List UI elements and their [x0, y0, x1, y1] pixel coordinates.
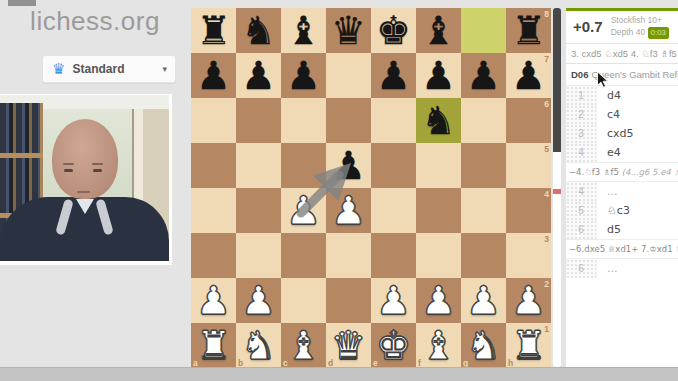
square-g4[interactable] — [461, 188, 506, 233]
piece-white-pawn: ♟ — [416, 278, 461, 323]
eval-gauge-midline — [553, 189, 561, 194]
rank-label-7: 7 — [544, 54, 549, 64]
cloud-eval-badge: 0:03 — [648, 27, 670, 39]
square-e8[interactable]: ♚ — [371, 8, 416, 53]
piece-white-pawn: ♟ — [236, 278, 281, 323]
move-san[interactable]: e4 — [597, 143, 621, 162]
move-row[interactable]: 6d5 — [566, 220, 678, 239]
move-san[interactable]: ♘c3 — [597, 201, 630, 220]
move-row[interactable]: 5♘c3 — [566, 201, 678, 220]
square-e3[interactable] — [371, 233, 416, 278]
move-row[interactable]: 4e4 — [566, 143, 678, 162]
inline-comment: −6.dxe5 ♕xd1+ 7.♔xd1 ♘ — [566, 239, 678, 259]
square-d4[interactable]: ♟ — [326, 188, 371, 233]
rank-label-8: 8 — [544, 9, 549, 19]
move-row[interactable]: 3cxd5 — [566, 124, 678, 143]
square-f2[interactable]: ♟ — [416, 278, 461, 323]
opening-code: D06 — [571, 69, 588, 80]
square-f7[interactable]: ♟ — [416, 53, 461, 98]
square-h3[interactable]: 3 — [506, 233, 551, 278]
square-f4[interactable] — [416, 188, 461, 233]
square-b8[interactable]: ♞ — [236, 8, 281, 53]
crown-icon: ♛ — [52, 62, 65, 77]
move-san[interactable]: cxd5 — [597, 124, 634, 143]
square-g5[interactable] — [461, 143, 506, 188]
square-c5[interactable] — [281, 143, 326, 188]
square-g2[interactable]: ♟ — [461, 278, 506, 323]
square-c2[interactable] — [281, 278, 326, 323]
square-e6[interactable] — [371, 98, 416, 143]
move-row[interactable]: 4... — [566, 182, 678, 201]
square-d3[interactable] — [326, 233, 371, 278]
square-a1[interactable]: ♜a — [191, 323, 236, 368]
variant-dropdown[interactable]: ♛ Standard ▾ — [42, 55, 176, 83]
square-d5[interactable]: ♟ — [326, 143, 371, 188]
move-san[interactable]: c4 — [597, 105, 620, 124]
piece-black-king: ♚ — [371, 8, 416, 53]
move-number: 4 — [566, 182, 597, 201]
move-san[interactable]: d5 — [597, 220, 621, 239]
move-row[interactable]: 1d4 — [566, 86, 678, 105]
square-b7[interactable]: ♟ — [236, 53, 281, 98]
piece-black-pawn: ♟ — [371, 53, 416, 98]
move-number: 2 — [566, 105, 597, 124]
square-a5[interactable] — [191, 143, 236, 188]
move-number: 3 — [566, 124, 597, 143]
lichess-logo: lichess.org — [0, 6, 190, 37]
square-a8[interactable]: ♜ — [191, 8, 236, 53]
opening-name-row: D06Queen's Gambit Refused — [566, 64, 678, 86]
eval-gauge-black — [553, 8, 561, 152]
square-g3[interactable] — [461, 233, 506, 278]
rank-label-4: 4 — [544, 189, 549, 199]
square-g6[interactable] — [461, 98, 506, 143]
move-san[interactable]: ... — [597, 259, 618, 278]
eval-score: +0.7 — [573, 14, 603, 40]
piece-black-pawn: ♟ — [281, 53, 326, 98]
square-b6[interactable] — [236, 98, 281, 143]
move-number: 4 — [566, 143, 597, 162]
square-g7[interactable]: ♟ — [461, 53, 506, 98]
move-san[interactable]: ... — [597, 182, 618, 201]
square-f8[interactable]: ♝ — [416, 8, 461, 53]
variant-label: Standard — [72, 62, 162, 76]
piece-black-pawn: ♟ — [416, 53, 461, 98]
square-b4[interactable] — [236, 188, 281, 233]
piece-black-pawn: ♟ — [191, 53, 236, 98]
square-h7[interactable]: ♟7 — [506, 53, 551, 98]
piece-black-pawn: ♟ — [461, 53, 506, 98]
square-e1[interactable]: ♚e — [371, 323, 416, 368]
webcam-scene — [0, 95, 169, 261]
square-c8[interactable]: ♝ — [281, 8, 326, 53]
piece-black-pawn: ♟ — [236, 53, 281, 98]
square-d1[interactable]: ♛d — [326, 323, 371, 368]
square-d6[interactable] — [326, 98, 371, 143]
square-e7[interactable]: ♟ — [371, 53, 416, 98]
square-h4[interactable]: 4 — [506, 188, 551, 233]
rank-label-3: 3 — [544, 234, 549, 244]
rank-label-5: 5 — [544, 144, 549, 154]
engine-depth: Depth 40 — [611, 27, 646, 37]
engine-best-line[interactable]: 3. cxd5 ♘xd5 4. ♘f3 ♗f5 5. ♘ — [566, 43, 678, 64]
engine-name: Stockfish 10+ — [611, 15, 662, 25]
move-number: 6 — [566, 259, 597, 278]
move-list: 1d42c43cxd54e4−4.♘f3 ♗f5 (4...g6 5.e4 ♗b… — [566, 86, 678, 278]
presenter-head — [52, 119, 118, 199]
square-b2[interactable]: ♟ — [236, 278, 281, 323]
piece-white-pawn: ♟ — [371, 278, 416, 323]
piece-white-pawn: ♟ — [461, 278, 506, 323]
piece-black-knight: ♞ — [416, 98, 461, 143]
square-c6[interactable] — [281, 98, 326, 143]
square-h8[interactable]: ♜8 — [506, 8, 551, 53]
page: lichess.org ♛ Standard ▾ ♜♞♝♛♚♝♜8♟♟♟♟♟♟♟… — [0, 0, 678, 381]
square-a4[interactable] — [191, 188, 236, 233]
rank-label-1: 1 — [544, 324, 549, 334]
square-h6[interactable]: 6 — [506, 98, 551, 143]
rank-label-6: 6 — [544, 99, 549, 109]
square-e2[interactable]: ♟ — [371, 278, 416, 323]
engine-eval-header: +0.7 Stockfish 10+ Depth 40 0:03 — [566, 11, 678, 43]
square-e4[interactable] — [371, 188, 416, 233]
square-g8[interactable] — [461, 8, 506, 53]
square-f6[interactable]: ♞ — [416, 98, 461, 143]
piece-black-queen: ♛ — [326, 8, 371, 53]
square-b5[interactable] — [236, 143, 281, 188]
move-row[interactable]: 2c4 — [566, 105, 678, 124]
webcam-video — [0, 94, 172, 265]
inline-comment: −4.♘f3 ♗f5 (4...g6 5.e4 ♗b — [566, 162, 678, 182]
piece-black-rook: ♜ — [191, 8, 236, 53]
square-a2[interactable]: ♟ — [191, 278, 236, 323]
square-b1[interactable]: ♞b — [236, 323, 281, 368]
piece-black-pawn: ♟ — [326, 143, 371, 188]
piece-white-pawn: ♟ — [281, 188, 326, 233]
square-d7[interactable] — [326, 53, 371, 98]
chevron-down-icon: ▾ — [162, 64, 167, 74]
square-g1[interactable]: ♞g — [461, 323, 506, 368]
square-a3[interactable] — [191, 233, 236, 278]
square-d8[interactable]: ♛ — [326, 8, 371, 53]
square-e5[interactable] — [371, 143, 416, 188]
analysis-panel: +0.7 Stockfish 10+ Depth 40 0:03 3. cxd5… — [566, 8, 678, 367]
rank-label-2: 2 — [544, 279, 549, 289]
piece-white-pawn: ♟ — [191, 278, 236, 323]
square-c3[interactable] — [281, 233, 326, 278]
piece-white-pawn: ♟ — [326, 188, 371, 233]
move-number: 5 — [566, 201, 597, 220]
chess-board: ♜♞♝♛♚♝♜8♟♟♟♟♟♟♟7♞6♟5♟♟43♟♟♟♟♟♟2♜a♞b♝c♛d♚… — [191, 8, 551, 368]
move-number: 1 — [566, 86, 597, 105]
square-f3[interactable] — [416, 233, 461, 278]
square-d2[interactable] — [326, 278, 371, 323]
piece-black-bishop: ♝ — [416, 8, 461, 53]
square-c4[interactable]: ♟ — [281, 188, 326, 233]
piece-black-bishop: ♝ — [281, 8, 326, 53]
square-a6[interactable] — [191, 98, 236, 143]
square-f5[interactable] — [416, 143, 461, 188]
eval-gauge — [553, 8, 561, 367]
square-h2[interactable]: ♟2 — [506, 278, 551, 323]
square-h1[interactable]: ♜1h — [506, 323, 551, 368]
square-h5[interactable]: 5 — [506, 143, 551, 188]
mouse-cursor — [596, 71, 609, 89]
square-b3[interactable] — [236, 233, 281, 278]
piece-black-knight: ♞ — [236, 8, 281, 53]
square-c1[interactable]: ♝c — [281, 323, 326, 368]
square-a7[interactable]: ♟ — [191, 53, 236, 98]
square-f1[interactable]: ♝f — [416, 323, 461, 368]
bottom-bar — [0, 367, 678, 381]
move-number: 6 — [566, 220, 597, 239]
piece-white-bishop: ♝ — [416, 323, 461, 368]
move-row[interactable]: 6... — [566, 259, 678, 278]
square-c7[interactable]: ♟ — [281, 53, 326, 98]
